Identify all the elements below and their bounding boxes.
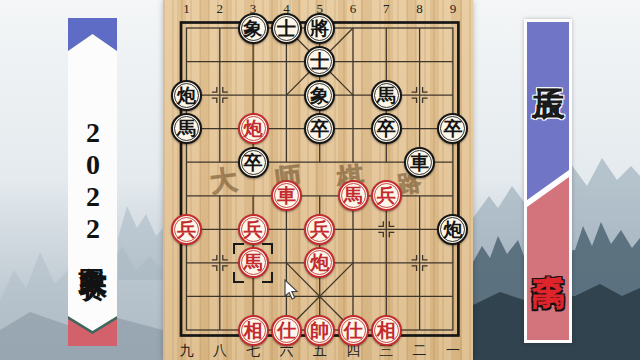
piece-red-兵[interactable]: 兵	[171, 214, 202, 245]
piece-black-卒[interactable]: 卒	[371, 113, 402, 144]
river-watermark-char: 大	[208, 161, 239, 200]
piece-red-兵[interactable]: 兵	[371, 180, 402, 211]
piece-black-馬[interactable]: 馬	[171, 113, 202, 144]
piece-black-將[interactable]: 將	[304, 13, 335, 44]
piece-black-車[interactable]: 車	[404, 147, 435, 178]
players-banner: 孟辰 李禹	[524, 19, 572, 343]
xiangqi-board[interactable]: 大师棋路 123456789 九八七六五四三二一 象士將士炮象馬馬炮卒卒卒卒車車…	[163, 0, 473, 360]
tournament-title: 2022象甲联赛	[74, 117, 112, 249]
piece-black-馬[interactable]: 馬	[371, 80, 402, 111]
file-label-bottom: 二	[408, 342, 432, 360]
piece-red-帥[interactable]: 帥	[304, 315, 335, 346]
file-label-top: 1	[175, 1, 199, 17]
black-player-panel: 孟辰	[527, 22, 569, 204]
app-window: { "game": "xiangqi", "tournament_banner"…	[0, 0, 640, 360]
piece-red-相[interactable]: 相	[371, 315, 402, 346]
file-label-top: 8	[408, 1, 432, 17]
file-label-top: 6	[341, 1, 365, 17]
file-label-top: 2	[208, 1, 232, 17]
file-label-bottom: 一	[441, 342, 465, 360]
file-label-bottom: 八	[208, 342, 232, 360]
piece-red-仕[interactable]: 仕	[271, 315, 302, 346]
mouse-cursor-icon	[283, 279, 299, 301]
file-label-top: 9	[441, 1, 465, 17]
banner-body: 2022象甲联赛	[68, 34, 117, 331]
piece-red-兵[interactable]: 兵	[238, 214, 269, 245]
piece-red-車[interactable]: 車	[271, 180, 302, 211]
piece-red-相[interactable]: 相	[238, 315, 269, 346]
file-label-top: 7	[374, 1, 398, 17]
piece-black-卒[interactable]: 卒	[238, 147, 269, 178]
piece-black-象[interactable]: 象	[238, 13, 269, 44]
piece-red-炮[interactable]: 炮	[238, 113, 269, 144]
piece-red-馬[interactable]: 馬	[338, 180, 369, 211]
red-player-panel: 李禹	[527, 177, 569, 340]
piece-black-象[interactable]: 象	[304, 80, 335, 111]
piece-black-炮[interactable]: 炮	[171, 80, 202, 111]
piece-red-兵[interactable]: 兵	[304, 214, 335, 245]
selection-brackets	[233, 243, 273, 283]
piece-black-士[interactable]: 士	[271, 13, 302, 44]
piece-red-仕[interactable]: 仕	[338, 315, 369, 346]
file-label-bottom: 九	[175, 342, 199, 360]
piece-black-炮[interactable]: 炮	[437, 214, 468, 245]
red-player-name: 李禹	[529, 249, 568, 340]
tournament-banner: 2022象甲联赛	[68, 18, 117, 346]
